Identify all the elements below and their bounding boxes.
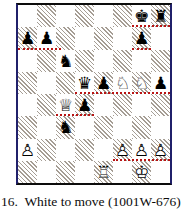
piece-glyph: ♜ (151, 5, 170, 27)
square-a4 (18, 94, 37, 116)
square-h3 (151, 116, 170, 138)
piece-glyph: ♟ (75, 94, 94, 116)
black-pawn-b7: ♟ (37, 27, 56, 49)
square-b2 (37, 139, 56, 161)
piece-glyph: ♟ (94, 72, 113, 94)
square-c7 (56, 27, 75, 49)
white-pawn-g2: ♟♙ (132, 139, 151, 161)
black-pawn-g7: ♟ (132, 27, 151, 49)
piece-outline: ♙ (18, 139, 37, 161)
white-pawn-a2: ♟♙ (18, 139, 37, 161)
black-king-g8: ♚ (132, 5, 151, 27)
spellcheck-squiggle (132, 25, 170, 27)
square-b4 (37, 94, 56, 116)
square-d1 (75, 161, 94, 183)
piece-glyph: ♞ (56, 50, 75, 72)
square-e4 (94, 94, 113, 116)
piece-glyph: ♟ (132, 27, 151, 49)
square-c2 (56, 139, 75, 161)
black-knight-c3: ♞ (56, 116, 75, 138)
square-h4 (151, 94, 170, 116)
square-c1 (56, 161, 75, 183)
piece-glyph: ♞ (56, 116, 75, 138)
white-pawn-f2: ♟♙ (113, 139, 132, 161)
piece-outline: ♘ (113, 72, 132, 94)
piece-outline: ♕ (56, 94, 75, 116)
chess-board-squares: ♚♜♟♟♟♞♛♟♞♘♞♘♟♛♕♟♞♟♙♟♙♟♙♟♙♜♖♚♔ (18, 5, 170, 183)
spellcheck-squiggle (132, 48, 151, 50)
white-knight-g5: ♞♘ (132, 72, 151, 94)
piece-outline: ♔ (132, 161, 151, 183)
square-d6 (75, 50, 94, 72)
piece-outline: ♘ (132, 72, 151, 94)
black-pawn-d4: ♟ (75, 94, 94, 116)
spellcheck-squiggle (113, 159, 170, 161)
square-f3 (113, 116, 132, 138)
square-f1 (113, 161, 132, 183)
square-b6 (37, 50, 56, 72)
square-a8 (18, 5, 37, 27)
white-knight-f5: ♞♘ (113, 72, 132, 94)
white-queen-c4: ♛♕ (56, 94, 75, 116)
black-queen-d5: ♛ (75, 72, 94, 94)
piece-glyph: ♟ (151, 72, 170, 94)
square-f7 (113, 27, 132, 49)
square-h1 (151, 161, 170, 183)
piece-glyph: ♛ (75, 72, 94, 94)
white-king-g1: ♚♔ (132, 161, 151, 183)
square-a1 (18, 161, 37, 183)
square-e8 (94, 5, 113, 27)
black-pawn-h5: ♟ (151, 72, 170, 94)
square-g6 (132, 50, 151, 72)
square-b8 (37, 5, 56, 27)
square-d8 (75, 5, 94, 27)
spellcheck-squiggle (75, 92, 170, 94)
white-pawn-h2: ♟♙ (151, 139, 170, 161)
square-b1 (37, 161, 56, 183)
piece-outline: ♖ (94, 161, 113, 183)
square-d2 (75, 139, 94, 161)
piece-glyph: ♟ (18, 27, 37, 49)
square-e6 (94, 50, 113, 72)
black-knight-c6: ♞ (56, 50, 75, 72)
square-e7 (94, 27, 113, 49)
square-d7 (75, 27, 94, 49)
piece-glyph: ♚ (132, 5, 151, 27)
black-pawn-a7: ♟ (18, 27, 37, 49)
spellcheck-squiggle (56, 114, 94, 116)
square-f4 (113, 94, 132, 116)
black-rook-h8: ♜ (151, 5, 170, 27)
square-d3 (75, 116, 94, 138)
piece-glyph: ♟ (37, 27, 56, 49)
square-b3 (37, 116, 56, 138)
spellcheck-squiggle (18, 48, 61, 50)
square-h7 (151, 27, 170, 49)
piece-outline: ♙ (132, 139, 151, 161)
chess-board: ♚♜♟♟♟♞♛♟♞♘♞♘♟♛♕♟♞♟♙♟♙♟♙♟♙♜♖♚♔ (16, 3, 172, 185)
square-a3 (18, 116, 37, 138)
square-a5 (18, 72, 37, 94)
white-rook-e1: ♜♖ (94, 161, 113, 183)
square-e2 (94, 139, 113, 161)
diagram-caption: 16. White to move (1001W-676) (1, 194, 182, 214)
square-a6 (18, 50, 37, 72)
square-f6 (113, 50, 132, 72)
square-g4 (132, 94, 151, 116)
piece-outline: ♙ (151, 139, 170, 161)
piece-outline: ♙ (113, 139, 132, 161)
square-f8 (113, 5, 132, 27)
square-e3 (94, 116, 113, 138)
square-g3 (132, 116, 151, 138)
square-b5 (37, 72, 56, 94)
square-h6 (151, 50, 170, 72)
black-pawn-e5: ♟ (94, 72, 113, 94)
square-c5 (56, 72, 75, 94)
square-c8 (56, 5, 75, 27)
